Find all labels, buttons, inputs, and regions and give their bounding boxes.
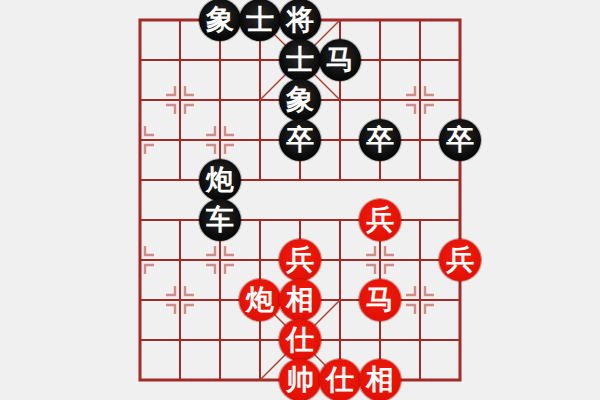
board-point[interactable] xyxy=(320,200,360,240)
board-point[interactable]: 仕 xyxy=(320,360,360,400)
board-point[interactable] xyxy=(360,160,400,200)
board-point[interactable] xyxy=(440,200,480,240)
piece-red-cannon[interactable]: 炮 xyxy=(239,279,281,321)
board-point[interactable] xyxy=(360,0,400,40)
board-point[interactable] xyxy=(200,40,240,80)
board-point[interactable]: 象 xyxy=(280,80,320,120)
board-point[interactable] xyxy=(440,320,480,360)
board-point[interactable] xyxy=(320,240,360,280)
board-point[interactable] xyxy=(160,80,200,120)
board-point[interactable] xyxy=(360,40,400,80)
board-point[interactable] xyxy=(400,200,440,240)
board-point[interactable] xyxy=(120,280,160,320)
board-point[interactable] xyxy=(120,80,160,120)
board-point[interactable] xyxy=(440,280,480,320)
board-point[interactable] xyxy=(160,280,200,320)
board-point[interactable] xyxy=(160,0,200,40)
board-point[interactable] xyxy=(120,0,160,40)
board-point[interactable] xyxy=(400,280,440,320)
board-point[interactable]: 兵 xyxy=(440,240,480,280)
board-point[interactable] xyxy=(400,160,440,200)
board-point[interactable] xyxy=(320,80,360,120)
board-point[interactable]: 卒 xyxy=(360,120,400,160)
board-point[interactable] xyxy=(240,200,280,240)
piece-black-cannon[interactable]: 炮 xyxy=(199,159,241,201)
piece-red-elephant[interactable]: 相 xyxy=(359,359,401,400)
piece-black-soldier[interactable]: 卒 xyxy=(279,119,321,161)
board-point[interactable] xyxy=(120,40,160,80)
board-point[interactable] xyxy=(360,80,400,120)
piece-black-advisor[interactable]: 士 xyxy=(279,39,321,81)
board-point[interactable] xyxy=(160,360,200,400)
piece-black-advisor[interactable]: 士 xyxy=(239,0,281,41)
board-point[interactable] xyxy=(240,40,280,80)
board-point[interactable]: 士 xyxy=(240,0,280,40)
board-point[interactable] xyxy=(200,320,240,360)
board-point[interactable] xyxy=(200,360,240,400)
piece-black-chariot[interactable]: 车 xyxy=(199,199,241,241)
piece-black-soldier[interactable]: 卒 xyxy=(439,119,481,161)
board-point[interactable]: 炮 xyxy=(240,280,280,320)
piece-red-elephant[interactable]: 相 xyxy=(279,279,321,321)
board-point[interactable] xyxy=(160,40,200,80)
board-point[interactable] xyxy=(440,40,480,80)
board-point[interactable]: 炮 xyxy=(200,160,240,200)
board-point[interactable]: 卒 xyxy=(440,120,480,160)
board-point[interactable] xyxy=(120,360,160,400)
board-point[interactable] xyxy=(400,80,440,120)
board-point[interactable] xyxy=(320,160,360,200)
board-point[interactable] xyxy=(400,240,440,280)
board-point[interactable] xyxy=(200,240,240,280)
board-point[interactable]: 仕 xyxy=(280,320,320,360)
piece-red-soldier[interactable]: 兵 xyxy=(279,239,321,281)
board-point[interactable] xyxy=(240,360,280,400)
board-point[interactable] xyxy=(240,320,280,360)
board-point[interactable] xyxy=(400,0,440,40)
board-point[interactable]: 将 xyxy=(280,0,320,40)
piece-red-general[interactable]: 帅 xyxy=(279,359,321,400)
piece-black-general[interactable]: 将 xyxy=(279,0,321,41)
board-point[interactable] xyxy=(440,160,480,200)
board-point[interactable] xyxy=(120,120,160,160)
board-point[interactable] xyxy=(120,200,160,240)
board-point[interactable] xyxy=(400,120,440,160)
piece-red-soldier[interactable]: 兵 xyxy=(359,199,401,241)
board-point[interactable] xyxy=(320,120,360,160)
board-point[interactable]: 车 xyxy=(200,200,240,240)
board-point[interactable] xyxy=(280,160,320,200)
board-point[interactable]: 士 xyxy=(280,40,320,80)
board-point[interactable] xyxy=(160,160,200,200)
board-point[interactable] xyxy=(320,0,360,40)
piece-black-soldier[interactable]: 卒 xyxy=(359,119,401,161)
piece-red-horse[interactable]: 马 xyxy=(359,279,401,321)
board-point[interactable] xyxy=(400,360,440,400)
board-point[interactable]: 马 xyxy=(360,280,400,320)
board-point[interactable]: 兵 xyxy=(280,240,320,280)
piece-red-advisor[interactable]: 仕 xyxy=(319,359,361,400)
board-point[interactable] xyxy=(320,320,360,360)
board-point[interactable] xyxy=(160,320,200,360)
board-point[interactable] xyxy=(400,320,440,360)
piece-red-advisor[interactable]: 仕 xyxy=(279,319,321,361)
piece-black-elephant[interactable]: 象 xyxy=(279,79,321,121)
board-point[interactable] xyxy=(160,120,200,160)
board-point[interactable] xyxy=(200,80,240,120)
board-point[interactable] xyxy=(120,320,160,360)
board-point[interactable]: 相 xyxy=(360,360,400,400)
piece-red-soldier[interactable]: 兵 xyxy=(439,239,481,281)
board-point[interactable] xyxy=(440,360,480,400)
board-point[interactable] xyxy=(440,0,480,40)
board-point[interactable] xyxy=(400,40,440,80)
board-point[interactable] xyxy=(200,120,240,160)
board-point[interactable]: 马 xyxy=(320,40,360,80)
board-point[interactable] xyxy=(240,240,280,280)
board-point[interactable] xyxy=(240,160,280,200)
board-point[interactable]: 象 xyxy=(200,0,240,40)
board-point[interactable] xyxy=(200,280,240,320)
board-point[interactable] xyxy=(320,280,360,320)
piece-black-horse[interactable]: 马 xyxy=(319,39,361,81)
board-point[interactable] xyxy=(240,120,280,160)
board-point[interactable] xyxy=(120,160,160,200)
xiangqi-board: 象士将士马象卒卒卒炮车兵兵兵炮相马仕帅仕相 xyxy=(0,0,600,400)
board-point[interactable] xyxy=(440,80,480,120)
board-point[interactable] xyxy=(240,80,280,120)
board-point[interactable] xyxy=(160,200,200,240)
board-point[interactable] xyxy=(120,240,160,280)
board-grid: 象士将士马象卒卒卒炮车兵兵兵炮相马仕帅仕相 xyxy=(120,0,480,400)
board-point[interactable]: 相 xyxy=(280,280,320,320)
board-point[interactable]: 帅 xyxy=(280,360,320,400)
board-point[interactable] xyxy=(360,240,400,280)
board-point[interactable] xyxy=(280,200,320,240)
board-point[interactable] xyxy=(360,320,400,360)
board-point[interactable] xyxy=(160,240,200,280)
piece-black-elephant[interactable]: 象 xyxy=(199,0,241,41)
board-point[interactable]: 卒 xyxy=(280,120,320,160)
board-point[interactable]: 兵 xyxy=(360,200,400,240)
